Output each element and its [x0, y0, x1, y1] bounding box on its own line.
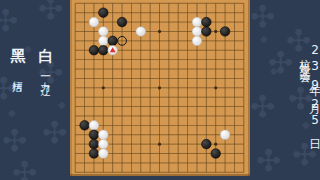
star-point — [158, 86, 161, 89]
go-board — [70, 0, 250, 176]
white-stone — [99, 139, 109, 149]
flower-ornament-icon: ✣ — [0, 74, 16, 104]
black-label: 黑 — [10, 36, 25, 38]
flower-ornament-icon: ✣ — [268, 48, 293, 78]
black-stone — [89, 45, 99, 55]
diamond-ornament-icon: ◆ — [58, 100, 66, 110]
flower-ornament-icon: ✣ — [250, 2, 275, 32]
flower-ornament-icon: ✣ — [256, 146, 281, 176]
white-player-name: 一力辽 — [41, 71, 52, 79]
diamond-ornament-icon: ◆ — [8, 108, 16, 118]
black-stone — [211, 149, 221, 159]
black-stone — [202, 27, 212, 37]
flower-ornament-icon: ✣ — [38, 0, 63, 24]
black-stone — [202, 139, 212, 149]
event-date: 23年9月25日 — [309, 43, 320, 132]
star-point — [158, 30, 161, 33]
star-point — [214, 30, 217, 33]
white-stone — [192, 17, 202, 27]
flower-ornament-icon: ✣ — [250, 92, 275, 122]
black-stone — [80, 121, 90, 131]
black-stone — [202, 17, 212, 27]
flower-ornament-icon: ✣ — [12, 158, 37, 180]
white-stone — [89, 17, 99, 27]
diamond-ornament-icon: ◆ — [270, 66, 278, 76]
white-stone — [89, 121, 99, 131]
star-point — [214, 143, 217, 146]
diamond-ornament-icon: ◆ — [260, 34, 268, 44]
black-stone — [89, 139, 99, 149]
star-point — [158, 143, 161, 146]
white-stone — [99, 27, 109, 37]
black-stone — [99, 45, 109, 55]
white-stone — [136, 27, 146, 37]
star-point — [214, 86, 217, 89]
black-stone — [220, 27, 230, 37]
white-stone — [220, 130, 230, 140]
diamond-ornament-icon: ◆ — [24, 44, 32, 54]
white-stone — [99, 36, 109, 46]
white-label: 白 — [38, 36, 53, 38]
white-stone — [192, 27, 202, 37]
flower-ornament-icon: ✣ — [42, 118, 67, 148]
black-stone — [89, 130, 99, 140]
black-stone — [117, 17, 127, 27]
flower-ornament-icon: ✣ — [2, 126, 27, 156]
black-stone — [99, 8, 109, 18]
flower-ornament-icon: ✣ — [292, 140, 317, 170]
go-board-grid — [70, 0, 250, 176]
white-stone — [99, 149, 109, 159]
white-stone — [99, 130, 109, 140]
flower-ornament-icon: ✣ — [0, 6, 18, 36]
white-stone — [192, 36, 202, 46]
black-stone — [89, 149, 99, 159]
black-player-name: 柯洁 — [13, 72, 24, 74]
star-point — [102, 86, 105, 89]
go-thumbnail: ✣✣✣✣✣✣✣✣✣✣✣✣✣✣◆◆◆◆◆◆ 黑 柯洁 白 一力辽 杭州亚运会 23… — [0, 0, 320, 180]
black-stone — [108, 36, 118, 46]
